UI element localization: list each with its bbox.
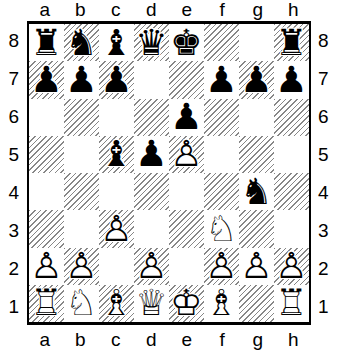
rank-label-left-4: 4 — [0, 173, 27, 211]
rank-label-left-8: 8 — [0, 21, 27, 59]
white-rook: ♜♖ — [274, 285, 309, 322]
rank-label-left-1: 1 — [0, 287, 27, 325]
file-label-top-f: f — [205, 0, 241, 22]
white-pawn: ♟♙ — [169, 136, 204, 173]
square-a5 — [29, 136, 64, 173]
white-pawn-glyph: ♙ — [64, 248, 99, 285]
white-pawn-glyph: ♙ — [239, 248, 274, 285]
black-queen-glyph: ♛ — [134, 24, 169, 61]
square-a7: ♟♟ — [29, 61, 64, 98]
black-knight-glyph: ♞ — [239, 173, 274, 210]
file-label-top-e: e — [169, 0, 205, 22]
rank-label-left-5: 5 — [0, 135, 27, 173]
square-g7: ♟♟ — [239, 61, 274, 98]
rank-label-right-1: 1 — [311, 287, 337, 325]
file-label-top-d: d — [134, 0, 170, 22]
black-bishop-glyph: ♝ — [99, 136, 134, 173]
square-g5 — [239, 136, 274, 173]
square-c3: ♟♙ — [99, 210, 134, 247]
black-king: ♚♚ — [169, 24, 204, 61]
file-label-bottom-d: d — [134, 325, 170, 350]
square-a8: ♜♜ — [29, 24, 64, 61]
square-b3 — [64, 210, 99, 247]
square-h6 — [274, 99, 309, 136]
file-label-top-a: a — [27, 0, 63, 22]
square-e1: ♚♔ — [169, 285, 204, 322]
black-rook-glyph: ♜ — [29, 24, 64, 61]
white-king: ♚♔ — [169, 285, 204, 322]
file-label-top-c: c — [98, 0, 134, 22]
rank-label-right-8: 8 — [311, 21, 337, 59]
square-e4 — [169, 173, 204, 210]
square-d7 — [134, 61, 169, 98]
square-a2: ♟♙ — [29, 248, 64, 285]
square-b5 — [64, 136, 99, 173]
square-f4 — [204, 173, 239, 210]
white-rook-glyph: ♖ — [29, 285, 64, 322]
white-bishop-glyph: ♗ — [99, 285, 134, 322]
white-pawn-glyph: ♙ — [274, 248, 309, 285]
square-h3 — [274, 210, 309, 247]
white-queen-glyph: ♕ — [134, 285, 169, 322]
square-e8: ♚♚ — [169, 24, 204, 61]
white-pawn: ♟♙ — [29, 248, 64, 285]
corner-spacer — [0, 325, 27, 350]
square-e6: ♟♟ — [169, 99, 204, 136]
rank-label-right-3: 3 — [311, 211, 337, 249]
square-c7: ♟♟ — [99, 61, 134, 98]
square-b7: ♟♟ — [64, 61, 99, 98]
black-knight: ♞♞ — [64, 24, 99, 61]
white-pawn: ♟♙ — [239, 248, 274, 285]
square-f3: ♞♘ — [204, 210, 239, 247]
white-rook: ♜♖ — [29, 285, 64, 322]
black-pawn: ♟♟ — [134, 136, 169, 173]
white-knight-glyph: ♘ — [204, 210, 239, 247]
square-f7: ♟♟ — [204, 61, 239, 98]
square-b4 — [64, 173, 99, 210]
file-label-bottom-e: e — [169, 325, 205, 350]
white-pawn-glyph: ♙ — [29, 248, 64, 285]
rank-label-right-6: 6 — [311, 97, 337, 135]
square-f5 — [204, 136, 239, 173]
black-pawn-glyph: ♟ — [169, 99, 204, 136]
black-pawn-glyph: ♟ — [134, 136, 169, 173]
square-b8: ♞♞ — [64, 24, 99, 61]
white-pawn: ♟♙ — [99, 210, 134, 247]
black-rook-glyph: ♜ — [274, 24, 309, 61]
black-queen: ♛♛ — [134, 24, 169, 61]
chess-board: ♜♜♞♞♝♝♛♛♚♚♜♜♟♟♟♟♟♟♟♟♟♟♟♟♟♟♝♝♟♟♟♙♞♞♟♙♞♘♟♙… — [27, 21, 311, 325]
square-g6 — [239, 99, 274, 136]
file-label-bottom-a: a — [27, 325, 63, 350]
black-pawn-glyph: ♟ — [29, 61, 64, 98]
square-e5: ♟♙ — [169, 136, 204, 173]
black-pawn: ♟♟ — [169, 99, 204, 136]
rank-label-left-7: 7 — [0, 59, 27, 97]
black-pawn-glyph: ♟ — [274, 61, 309, 98]
white-pawn: ♟♙ — [134, 248, 169, 285]
square-g4: ♞♞ — [239, 173, 274, 210]
white-bishop: ♝♗ — [99, 285, 134, 322]
square-d5: ♟♟ — [134, 136, 169, 173]
white-knight: ♞♘ — [204, 210, 239, 247]
black-pawn-glyph: ♟ — [64, 61, 99, 98]
corner-spacer — [0, 0, 27, 21]
white-pawn: ♟♙ — [274, 248, 309, 285]
square-b2: ♟♙ — [64, 248, 99, 285]
black-pawn: ♟♟ — [64, 61, 99, 98]
black-pawn: ♟♟ — [239, 61, 274, 98]
file-label-bottom-b: b — [63, 325, 99, 350]
square-f2: ♟♙ — [204, 248, 239, 285]
file-label-bottom-c: c — [98, 325, 134, 350]
white-bishop-glyph: ♗ — [204, 285, 239, 322]
black-pawn-glyph: ♟ — [204, 61, 239, 98]
rank-labels-left: 87654321 — [0, 21, 27, 325]
square-c1: ♝♗ — [99, 285, 134, 322]
square-c8: ♝♝ — [99, 24, 134, 61]
square-f1: ♝♗ — [204, 285, 239, 322]
black-pawn: ♟♟ — [204, 61, 239, 98]
square-g3 — [239, 210, 274, 247]
black-pawn: ♟♟ — [29, 61, 64, 98]
square-a4 — [29, 173, 64, 210]
black-bishop-glyph: ♝ — [99, 24, 134, 61]
corner-spacer — [311, 325, 337, 350]
black-pawn-glyph: ♟ — [239, 61, 274, 98]
square-d3 — [134, 210, 169, 247]
file-labels-bottom: abcdefgh — [27, 325, 311, 350]
black-knight: ♞♞ — [239, 173, 274, 210]
square-b1: ♞♘ — [64, 285, 99, 322]
square-c2 — [99, 248, 134, 285]
white-knight: ♞♘ — [64, 285, 99, 322]
white-pawn: ♟♙ — [204, 248, 239, 285]
white-pawn-glyph: ♙ — [204, 248, 239, 285]
white-queen: ♛♕ — [134, 285, 169, 322]
rank-label-right-4: 4 — [311, 173, 337, 211]
chess-diagram: abcdefgh 87654321 ♜♜♞♞♝♝♛♛♚♚♜♜♟♟♟♟♟♟♟♟♟♟… — [0, 0, 337, 350]
square-h8: ♜♜ — [274, 24, 309, 61]
square-a6 — [29, 99, 64, 136]
square-b6 — [64, 99, 99, 136]
black-knight-glyph: ♞ — [64, 24, 99, 61]
file-label-top-g: g — [240, 0, 276, 22]
file-label-bottom-h: h — [276, 325, 312, 350]
square-h4 — [274, 173, 309, 210]
white-knight-glyph: ♘ — [64, 285, 99, 322]
rank-label-right-7: 7 — [311, 59, 337, 97]
square-h1: ♜♖ — [274, 285, 309, 322]
corner-spacer — [311, 0, 337, 21]
square-a1: ♜♖ — [29, 285, 64, 322]
square-e3 — [169, 210, 204, 247]
square-c5: ♝♝ — [99, 136, 134, 173]
file-label-bottom-g: g — [240, 325, 276, 350]
square-g2: ♟♙ — [239, 248, 274, 285]
file-label-top-b: b — [63, 0, 99, 22]
square-f8 — [204, 24, 239, 61]
black-king-glyph: ♚ — [169, 24, 204, 61]
black-pawn: ♟♟ — [274, 61, 309, 98]
square-h2: ♟♙ — [274, 248, 309, 285]
square-a3 — [29, 210, 64, 247]
square-c4 — [99, 173, 134, 210]
white-pawn-glyph: ♙ — [134, 248, 169, 285]
file-label-bottom-f: f — [205, 325, 241, 350]
black-rook: ♜♜ — [29, 24, 64, 61]
file-labels-top: abcdefgh — [27, 0, 311, 21]
white-pawn-glyph: ♙ — [99, 210, 134, 247]
black-bishop: ♝♝ — [99, 24, 134, 61]
white-pawn-glyph: ♙ — [169, 136, 204, 173]
white-king-glyph: ♔ — [169, 285, 204, 322]
black-bishop: ♝♝ — [99, 136, 134, 173]
black-rook: ♜♜ — [274, 24, 309, 61]
rank-label-left-2: 2 — [0, 249, 27, 287]
rank-label-right-5: 5 — [311, 135, 337, 173]
square-g1 — [239, 285, 274, 322]
black-pawn: ♟♟ — [99, 61, 134, 98]
rank-label-left-3: 3 — [0, 211, 27, 249]
square-e7 — [169, 61, 204, 98]
square-d2: ♟♙ — [134, 248, 169, 285]
white-pawn: ♟♙ — [64, 248, 99, 285]
square-h5 — [274, 136, 309, 173]
rank-labels-right: 87654321 — [311, 21, 337, 325]
file-label-top-h: h — [276, 0, 312, 22]
square-d1: ♛♕ — [134, 285, 169, 322]
black-pawn-glyph: ♟ — [99, 61, 134, 98]
square-d6 — [134, 99, 169, 136]
white-bishop: ♝♗ — [204, 285, 239, 322]
square-d4 — [134, 173, 169, 210]
rank-label-right-2: 2 — [311, 249, 337, 287]
square-e2 — [169, 248, 204, 285]
rank-label-left-6: 6 — [0, 97, 27, 135]
square-g8 — [239, 24, 274, 61]
square-f6 — [204, 99, 239, 136]
square-h7: ♟♟ — [274, 61, 309, 98]
white-rook-glyph: ♖ — [274, 285, 309, 322]
square-d8: ♛♛ — [134, 24, 169, 61]
square-c6 — [99, 99, 134, 136]
